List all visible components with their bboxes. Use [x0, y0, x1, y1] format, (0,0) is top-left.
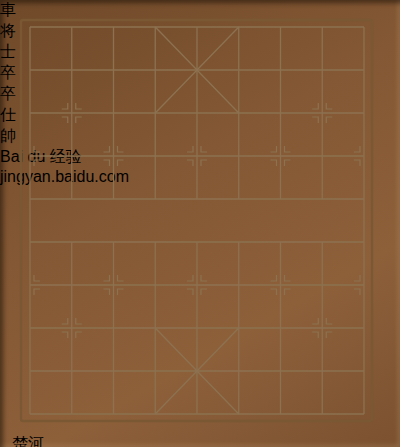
xiangqi-board[interactable]: 楚河 漢界 — [12, 9, 376, 430]
river-label-left: 楚河 — [12, 434, 376, 447]
board-grid — [12, 9, 376, 430]
xiangqi-app-screen: 楚河 漢界 車将士卒卒仕帥 Bai du 经验 jingyan.baidu.co… — [0, 0, 400, 447]
